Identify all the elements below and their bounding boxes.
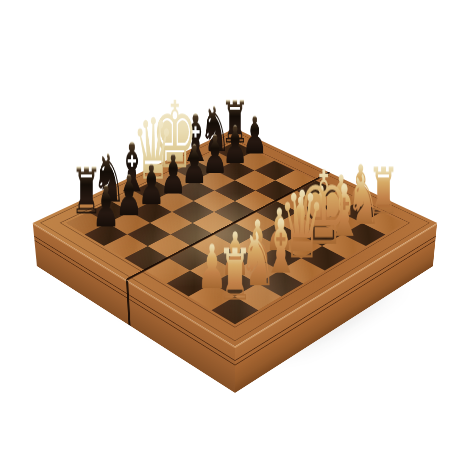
piece-black-pawn[interactable]: ♟ bbox=[92, 180, 120, 234]
chess-set-photo: ♜♞♝♛♚♝♞♜♟♟♟♟♟♟♟♟♟♟♟♟♟♟♟♟♜♞♝♛♚♝♞♜ bbox=[0, 0, 460, 459]
piece-white-rook[interactable]: ♜ bbox=[218, 242, 253, 309]
board-top-surface: ♜♞♝♛♚♝♞♜♟♟♟♟♟♟♟♟♟♟♟♟♟♟♟♟♜♞♝♛♚♝♞♜ bbox=[33, 128, 437, 346]
chess-board-box: ♜♞♝♛♚♝♞♜♟♟♟♟♟♟♟♟♟♟♟♟♟♟♟♟♜♞♝♛♚♝♞♜ bbox=[33, 128, 437, 346]
